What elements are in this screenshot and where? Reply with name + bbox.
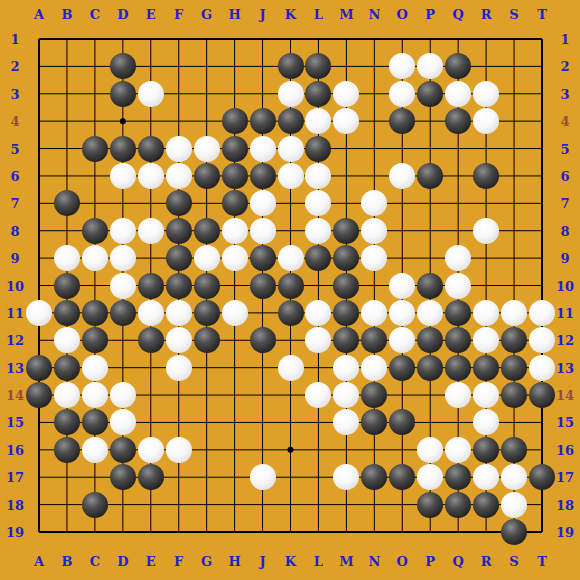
row-label-right-9: 9 xyxy=(560,252,569,265)
row-label-right-5: 5 xyxy=(560,142,569,155)
stone-black-P18 xyxy=(417,492,443,518)
stone-black-S13 xyxy=(501,355,527,381)
stone-white-C9 xyxy=(82,245,108,271)
stone-white-H9 xyxy=(222,245,248,271)
row-label-right-7: 7 xyxy=(560,197,569,210)
stone-white-E11 xyxy=(138,300,164,326)
stone-black-H7 xyxy=(222,190,248,216)
stone-black-A13 xyxy=(26,355,52,381)
stone-white-C16 xyxy=(82,437,108,463)
stone-black-G6 xyxy=(194,163,220,189)
stone-black-B11 xyxy=(54,300,80,326)
stone-white-B9 xyxy=(54,245,80,271)
row-label-right-12: 12 xyxy=(556,334,574,347)
stone-white-K5 xyxy=(278,136,304,162)
go-board[interactable]: AABBCCDDEEFFGGHHJJKKLLMMNNOOPPQQRRSSTT11… xyxy=(0,0,580,580)
stone-white-P11 xyxy=(417,300,443,326)
stone-black-A14 xyxy=(26,382,52,408)
col-label-top-A: A xyxy=(34,8,44,21)
col-label-bottom-A: A xyxy=(34,555,44,568)
stone-black-E12 xyxy=(138,327,164,353)
col-label-top-N: N xyxy=(368,8,380,21)
row-label-right-4: 4 xyxy=(560,115,569,128)
stone-black-F10 xyxy=(166,273,192,299)
col-label-bottom-H: H xyxy=(228,555,240,568)
stone-white-K13 xyxy=(278,355,304,381)
stone-black-G11 xyxy=(194,300,220,326)
stone-white-S18 xyxy=(501,492,527,518)
stone-white-F6 xyxy=(166,163,192,189)
row-label-left-3: 3 xyxy=(10,87,19,100)
stone-white-S11 xyxy=(501,300,527,326)
col-label-bottom-C: C xyxy=(90,555,100,568)
stone-white-T11 xyxy=(529,300,555,326)
stone-white-K3 xyxy=(278,81,304,107)
stone-black-D3 xyxy=(110,81,136,107)
stone-black-J10 xyxy=(250,273,276,299)
col-label-top-K: K xyxy=(285,8,296,21)
row-label-left-10: 10 xyxy=(6,279,24,292)
stone-white-O3 xyxy=(389,81,415,107)
stone-black-T14 xyxy=(529,382,555,408)
stone-white-R3 xyxy=(473,81,499,107)
stone-black-G10 xyxy=(194,273,220,299)
stone-white-E8 xyxy=(138,218,164,244)
stone-black-R13 xyxy=(473,355,499,381)
stone-black-Q13 xyxy=(445,355,471,381)
stone-white-D14 xyxy=(110,382,136,408)
stone-black-M8 xyxy=(333,218,359,244)
col-label-top-C: C xyxy=(90,8,100,21)
col-label-top-D: D xyxy=(117,8,128,21)
row-label-left-19: 19 xyxy=(6,526,24,539)
stone-black-B10 xyxy=(54,273,80,299)
stone-white-N13 xyxy=(361,355,387,381)
stone-white-Q10 xyxy=(445,273,471,299)
stone-black-Q11 xyxy=(445,300,471,326)
col-label-bottom-L: L xyxy=(314,555,323,568)
stone-white-G5 xyxy=(194,136,220,162)
stone-black-C12 xyxy=(82,327,108,353)
stone-white-O11 xyxy=(389,300,415,326)
stone-black-P6 xyxy=(417,163,443,189)
stone-white-Q16 xyxy=(445,437,471,463)
stone-black-J4 xyxy=(250,108,276,134)
row-label-left-12: 12 xyxy=(6,334,24,347)
stone-black-D11 xyxy=(110,300,136,326)
stone-black-P3 xyxy=(417,81,443,107)
stone-white-D9 xyxy=(110,245,136,271)
stone-black-P10 xyxy=(417,273,443,299)
col-label-bottom-R: R xyxy=(481,555,492,568)
stone-black-M10 xyxy=(333,273,359,299)
stone-white-D8 xyxy=(110,218,136,244)
row-label-right-6: 6 xyxy=(560,169,569,182)
stone-black-R18 xyxy=(473,492,499,518)
stone-black-R6 xyxy=(473,163,499,189)
stone-black-E10 xyxy=(138,273,164,299)
col-label-bottom-M: M xyxy=(339,555,353,568)
row-label-left-9: 9 xyxy=(10,252,19,265)
col-label-bottom-D: D xyxy=(117,555,128,568)
row-label-right-14: 14 xyxy=(556,389,574,402)
row-label-right-16: 16 xyxy=(556,443,574,456)
stone-black-F7 xyxy=(166,190,192,216)
stone-white-J7 xyxy=(250,190,276,216)
col-label-top-G: G xyxy=(201,8,212,21)
stone-white-C14 xyxy=(82,382,108,408)
stone-white-D10 xyxy=(110,273,136,299)
col-label-bottom-F: F xyxy=(174,555,183,568)
stone-black-P13 xyxy=(417,355,443,381)
row-label-left-2: 2 xyxy=(10,60,19,73)
row-label-left-15: 15 xyxy=(6,416,24,429)
stone-white-F11 xyxy=(166,300,192,326)
stone-black-H6 xyxy=(222,163,248,189)
col-label-top-R: R xyxy=(481,8,492,21)
stone-white-G9 xyxy=(194,245,220,271)
col-label-top-L: L xyxy=(314,8,323,21)
stone-black-O13 xyxy=(389,355,415,381)
stone-white-R11 xyxy=(473,300,499,326)
row-label-left-7: 7 xyxy=(10,197,19,210)
row-label-left-5: 5 xyxy=(10,142,19,155)
stone-white-F12 xyxy=(166,327,192,353)
stone-white-P16 xyxy=(417,437,443,463)
stone-white-R14 xyxy=(473,382,499,408)
stone-black-B16 xyxy=(54,437,80,463)
row-label-right-15: 15 xyxy=(556,416,574,429)
col-label-top-H: H xyxy=(228,8,240,21)
stone-black-H4 xyxy=(222,108,248,134)
stone-white-F5 xyxy=(166,136,192,162)
col-label-bottom-O: O xyxy=(397,555,408,568)
star-point-D4 xyxy=(120,118,126,124)
stone-white-O10 xyxy=(389,273,415,299)
col-label-top-O: O xyxy=(397,8,408,21)
stone-black-K11 xyxy=(278,300,304,326)
row-label-right-1: 1 xyxy=(560,33,569,46)
stone-white-R8 xyxy=(473,218,499,244)
row-label-left-8: 8 xyxy=(10,224,19,237)
stone-black-Q18 xyxy=(445,492,471,518)
stone-black-C11 xyxy=(82,300,108,326)
stone-black-K2 xyxy=(278,53,304,79)
row-label-right-3: 3 xyxy=(560,87,569,100)
stone-white-E16 xyxy=(138,437,164,463)
stone-black-C8 xyxy=(82,218,108,244)
star-point-K16 xyxy=(288,447,294,453)
col-label-top-F: F xyxy=(174,8,183,21)
col-label-bottom-E: E xyxy=(146,555,156,568)
stone-white-L8 xyxy=(305,218,331,244)
stone-black-G12 xyxy=(194,327,220,353)
stone-black-C18 xyxy=(82,492,108,518)
col-label-bottom-B: B xyxy=(61,555,72,568)
col-label-top-S: S xyxy=(509,8,518,21)
stone-black-E5 xyxy=(138,136,164,162)
stone-white-Q3 xyxy=(445,81,471,107)
stone-white-E3 xyxy=(138,81,164,107)
row-label-right-11: 11 xyxy=(556,306,574,319)
stone-black-B13 xyxy=(54,355,80,381)
row-label-left-14: 14 xyxy=(6,389,24,402)
row-label-left-11: 11 xyxy=(6,306,24,319)
stone-black-F8 xyxy=(166,218,192,244)
stone-white-D6 xyxy=(110,163,136,189)
stone-white-B14 xyxy=(54,382,80,408)
stone-white-F13 xyxy=(166,355,192,381)
row-label-left-4: 4 xyxy=(10,115,19,128)
stone-white-N8 xyxy=(361,218,387,244)
row-label-left-16: 16 xyxy=(6,443,24,456)
col-label-bottom-T: T xyxy=(537,555,547,568)
stone-black-D5 xyxy=(110,136,136,162)
stone-white-T13 xyxy=(529,355,555,381)
stone-black-F9 xyxy=(166,245,192,271)
stone-white-A11 xyxy=(26,300,52,326)
stone-black-J6 xyxy=(250,163,276,189)
stone-black-D17 xyxy=(110,464,136,490)
col-label-top-P: P xyxy=(425,8,435,21)
stone-white-M13 xyxy=(333,355,359,381)
stone-white-J8 xyxy=(250,218,276,244)
stone-white-F16 xyxy=(166,437,192,463)
row-label-left-13: 13 xyxy=(6,361,24,374)
col-label-bottom-P: P xyxy=(425,555,435,568)
stone-white-J17 xyxy=(250,464,276,490)
stone-black-G8 xyxy=(194,218,220,244)
row-label-left-17: 17 xyxy=(6,471,24,484)
row-label-left-1: 1 xyxy=(10,33,19,46)
col-label-top-Q: Q xyxy=(452,8,463,21)
col-label-top-M: M xyxy=(339,8,353,21)
stone-white-C13 xyxy=(82,355,108,381)
col-label-bottom-S: S xyxy=(509,555,518,568)
stone-white-H8 xyxy=(222,218,248,244)
row-label-right-19: 19 xyxy=(556,526,574,539)
stone-black-H5 xyxy=(222,136,248,162)
row-label-right-17: 17 xyxy=(556,471,574,484)
stone-black-S19 xyxy=(501,519,527,545)
row-label-left-6: 6 xyxy=(10,169,19,182)
col-label-bottom-K: K xyxy=(285,555,296,568)
col-label-bottom-Q: Q xyxy=(452,555,463,568)
stone-white-K6 xyxy=(278,163,304,189)
row-label-right-8: 8 xyxy=(560,224,569,237)
col-label-top-T: T xyxy=(537,8,547,21)
stone-black-S16 xyxy=(501,437,527,463)
stone-black-J9 xyxy=(250,245,276,271)
stone-black-L5 xyxy=(305,136,331,162)
stone-black-C5 xyxy=(82,136,108,162)
stone-black-D16 xyxy=(110,437,136,463)
stone-white-J5 xyxy=(250,136,276,162)
stone-black-J12 xyxy=(250,327,276,353)
stone-black-S14 xyxy=(501,382,527,408)
col-label-bottom-N: N xyxy=(368,555,380,568)
col-label-bottom-J: J xyxy=(259,555,265,568)
stone-white-E6 xyxy=(138,163,164,189)
row-label-left-18: 18 xyxy=(6,498,24,511)
col-label-top-J: J xyxy=(259,8,265,21)
stone-black-K4 xyxy=(278,108,304,134)
stone-black-E17 xyxy=(138,464,164,490)
stone-white-M3 xyxy=(333,81,359,107)
col-label-bottom-G: G xyxy=(201,555,212,568)
stone-black-K10 xyxy=(278,273,304,299)
stone-white-K9 xyxy=(278,245,304,271)
row-label-right-13: 13 xyxy=(556,361,574,374)
row-label-right-10: 10 xyxy=(556,279,574,292)
col-label-top-E: E xyxy=(146,8,156,21)
stone-black-R16 xyxy=(473,437,499,463)
stone-white-H11 xyxy=(222,300,248,326)
col-label-top-B: B xyxy=(61,8,72,21)
row-label-right-2: 2 xyxy=(560,60,569,73)
row-label-right-18: 18 xyxy=(556,498,574,511)
